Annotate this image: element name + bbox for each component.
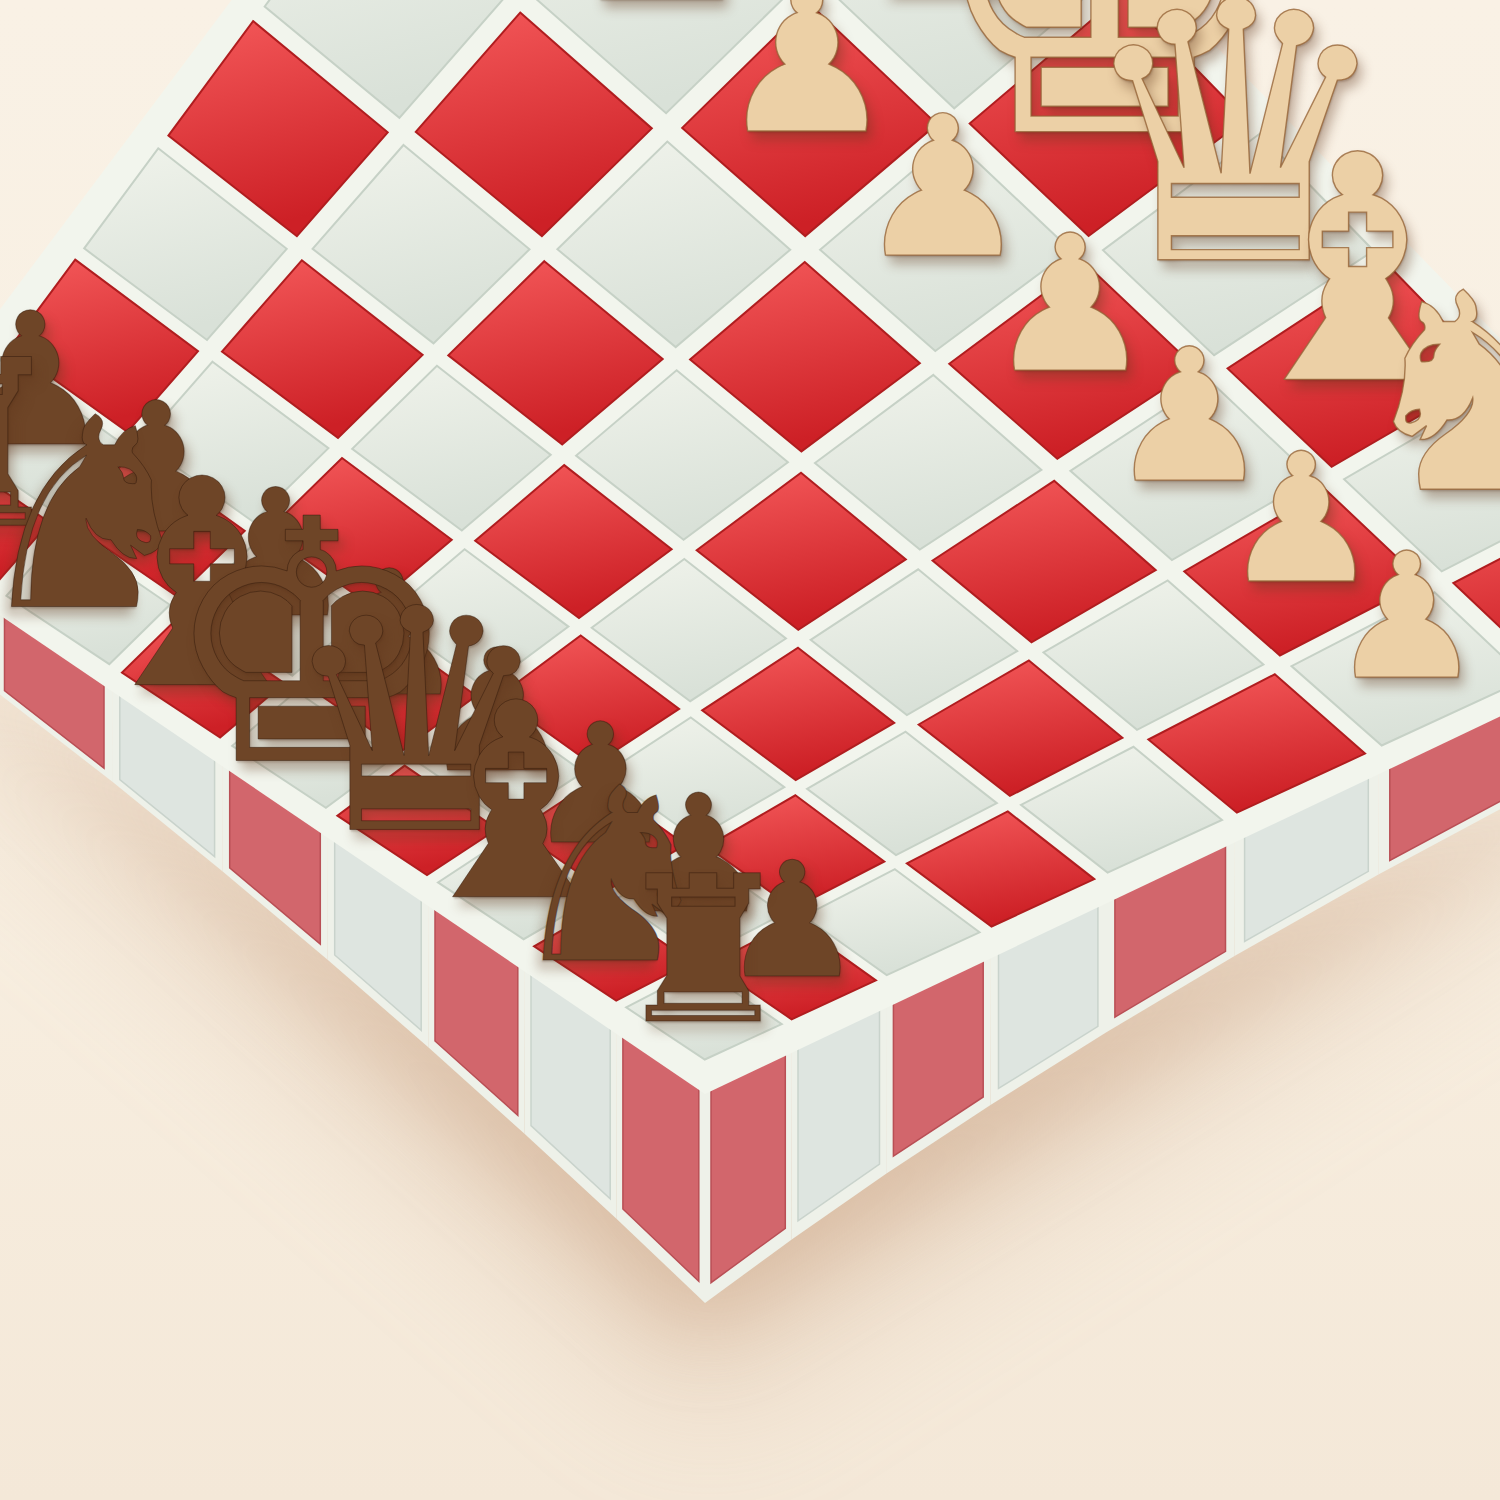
product-photo-scene: ♜♞♝♚♛♝♞♜♟♟♟♟♟♟♟♟♟♟♟♟♟♟♟♟♜♞♝♚♛♝♞♜ Chess: [0, 0, 1500, 1500]
chess-board: [0, 0, 1500, 1500]
